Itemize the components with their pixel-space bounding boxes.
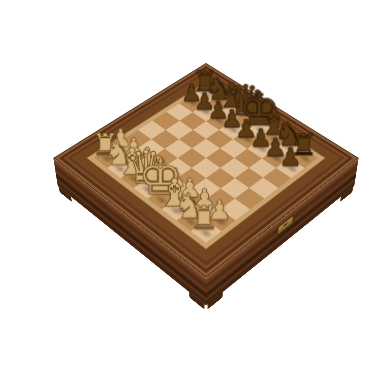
box-foot xyxy=(208,291,223,310)
board-top-face: ♜♞♝♛♚♝♞♜♟♟♟♟♟♟♟♟♟♟♟♟♟♟♟♟♜♞♝♛♚♝♞♜ xyxy=(53,63,358,278)
chess-box-3d: ♜♞♝♛♚♝♞♜♟♟♟♟♟♟♟♟♟♟♟♟♟♟♟♟♜♞♝♛♚♝♞♜ xyxy=(53,63,358,278)
white-rook-glyph: ♜ xyxy=(176,202,232,235)
box-foot xyxy=(340,186,353,203)
box-foot xyxy=(189,291,204,310)
product-photo-scene: ♜♞♝♛♚♝♞♜♟♟♟♟♟♟♟♟♟♟♟♟♟♟♟♟♜♞♝♛♚♝♞♜ xyxy=(0,0,375,375)
black-pawn-glyph: ♟ xyxy=(264,145,317,170)
box-foot xyxy=(59,186,72,203)
brass-latch-icon xyxy=(277,215,293,235)
